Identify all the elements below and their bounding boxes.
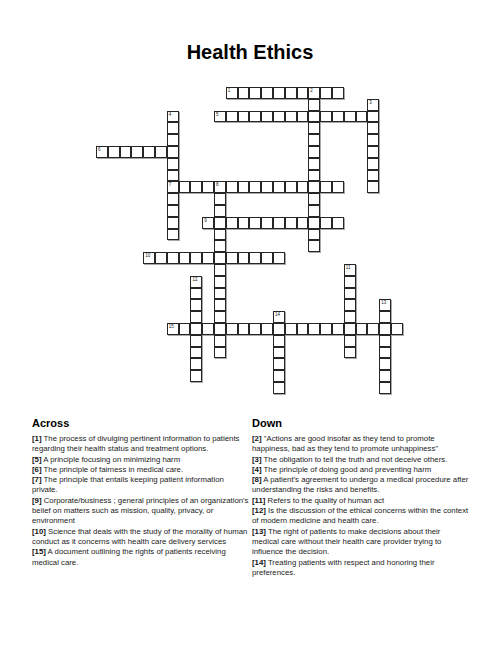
clue-item: [5] A principle focusing on minimizing h… <box>32 455 249 465</box>
grid-cell[interactable] <box>190 335 202 347</box>
clue-item: [10] Science that deals with the study o… <box>32 527 249 548</box>
cell-number: 2 <box>310 88 313 93</box>
clue-item: [12] Is the discussion of the ethical co… <box>252 506 469 527</box>
grid-cell[interactable] <box>367 122 379 134</box>
grid-cell[interactable] <box>167 170 179 182</box>
grid-cell[interactable] <box>249 252 261 264</box>
grid-cell[interactable] <box>273 347 285 359</box>
grid-cell[interactable] <box>214 205 226 217</box>
grid-cell[interactable] <box>226 217 238 229</box>
cell-number: 11 <box>346 265 351 270</box>
grid-cell[interactable] <box>379 347 391 359</box>
grid-cell[interactable] <box>285 111 297 123</box>
clue-item: [6] The principle of fairness in medical… <box>32 465 249 475</box>
clue-number: [1] <box>32 434 42 443</box>
cell-number: 10 <box>145 253 150 258</box>
grid-cell[interactable] <box>214 240 226 252</box>
down-header: Down <box>252 417 469 429</box>
grid-cell[interactable]: 13 <box>379 299 391 311</box>
grid-cell[interactable] <box>320 323 332 335</box>
grid-cell[interactable] <box>190 252 202 264</box>
grid-cell[interactable] <box>379 370 391 382</box>
clue-item: [4] The principle of doing good and prev… <box>252 465 469 475</box>
grid-cell[interactable] <box>261 217 273 229</box>
grid-cell[interactable] <box>367 170 379 182</box>
grid-cell[interactable] <box>249 323 261 335</box>
grid-cell[interactable] <box>379 323 391 335</box>
grid-cell[interactable] <box>261 87 273 99</box>
grid-cell[interactable] <box>179 252 191 264</box>
grid-cell[interactable] <box>308 146 320 158</box>
grid-cell[interactable] <box>332 323 344 335</box>
clue-number: [7] <box>32 475 42 484</box>
grid-cell[interactable]: 5 <box>214 111 226 123</box>
clue-number: [15] <box>32 547 46 556</box>
grid-cell[interactable] <box>332 217 344 229</box>
grid-cell[interactable] <box>344 311 356 323</box>
grid-cell[interactable]: 8 <box>214 181 226 193</box>
grid-cell[interactable] <box>238 181 250 193</box>
grid-cell[interactable] <box>202 181 214 193</box>
grid-cell[interactable] <box>308 323 320 335</box>
grid-cell[interactable] <box>261 252 273 264</box>
grid-cell[interactable]: 15 <box>167 323 179 335</box>
clue-item: [14] Treating patients with respect and … <box>252 558 469 579</box>
grid-cell[interactable] <box>344 335 356 347</box>
grid-cell[interactable] <box>202 323 214 335</box>
cell-number: 5 <box>216 112 219 117</box>
grid-cell[interactable] <box>155 252 167 264</box>
grid-cell[interactable] <box>249 111 261 123</box>
clue-item: [1] The process of divulging pertinent i… <box>32 434 249 455</box>
grid-cell[interactable] <box>308 134 320 146</box>
cell-number: 3 <box>369 100 372 105</box>
grid-cell[interactable] <box>190 288 202 300</box>
clue-number: [9] <box>32 496 42 505</box>
grid-cell[interactable] <box>238 217 250 229</box>
grid-cell[interactable] <box>344 288 356 300</box>
grid-cell[interactable]: 3 <box>367 99 379 111</box>
clue-number: [3] <box>252 455 262 464</box>
grid-cell[interactable] <box>190 347 202 359</box>
cell-number: 13 <box>381 300 386 305</box>
grid-cell[interactable] <box>202 252 214 264</box>
grid-cell[interactable] <box>308 229 320 241</box>
cell-number: 7 <box>169 182 172 187</box>
grid-cell[interactable] <box>273 370 285 382</box>
grid-cell[interactable] <box>297 111 309 123</box>
grid-cell[interactable] <box>214 264 226 276</box>
grid-cell[interactable] <box>297 87 309 99</box>
grid-cell[interactable] <box>297 181 309 193</box>
grid-cell[interactable] <box>226 111 238 123</box>
clue-number: [2] <box>252 434 262 443</box>
crossword-page: { "title": "Health Ethics", "game": "cro… <box>0 0 500 647</box>
grid-cell[interactable] <box>238 323 250 335</box>
grid-cell[interactable] <box>273 111 285 123</box>
cell-number: 9 <box>204 218 207 223</box>
grid-cell[interactable] <box>308 193 320 205</box>
grid-cell[interactable] <box>273 335 285 347</box>
grid-cell[interactable]: 7 <box>167 181 179 193</box>
grid-cell[interactable]: 14 <box>273 311 285 323</box>
grid-cell[interactable] <box>308 240 320 252</box>
cell-number: 14 <box>275 312 280 317</box>
clue-number: [12] <box>252 506 266 515</box>
grid-cell[interactable] <box>379 311 391 323</box>
clue-item: [9] Corporate/business ; general princip… <box>32 496 249 527</box>
page-title: Health Ethics <box>0 41 500 64</box>
grid-cell[interactable] <box>226 252 238 264</box>
grid-cell[interactable] <box>367 134 379 146</box>
grid-cell[interactable] <box>308 217 320 229</box>
grid-cell[interactable] <box>356 323 368 335</box>
grid-cell[interactable] <box>167 122 179 134</box>
grid-cell[interactable]: 1 <box>226 87 238 99</box>
grid-cell[interactable] <box>214 193 226 205</box>
grid-cell[interactable] <box>332 87 344 99</box>
grid-cell[interactable] <box>214 311 226 323</box>
grid-cell[interactable] <box>379 358 391 370</box>
grid-cell[interactable] <box>379 335 391 347</box>
clue-item: [7] The principle that entails keeping p… <box>32 475 249 496</box>
grid-cell[interactable] <box>332 181 344 193</box>
grid-cell[interactable] <box>308 99 320 111</box>
grid-cell[interactable] <box>214 299 226 311</box>
grid-cell[interactable] <box>214 276 226 288</box>
grid-cell[interactable] <box>273 358 285 370</box>
grid-cell[interactable] <box>155 146 167 158</box>
grid-cell[interactable] <box>308 122 320 134</box>
grid-cell[interactable] <box>320 217 332 229</box>
cell-number: 12 <box>192 277 197 282</box>
grid-cell[interactable] <box>190 370 202 382</box>
grid-cell[interactable] <box>167 134 179 146</box>
clue-item: [11] Refers to the quality of human act <box>252 496 469 506</box>
cell-number: 1 <box>228 88 231 93</box>
grid-cell[interactable] <box>190 181 202 193</box>
grid-cell[interactable]: 6 <box>96 146 108 158</box>
clue-item: [13] The right of patients to make decis… <box>252 527 469 558</box>
grid-cell[interactable] <box>285 87 297 99</box>
grid-cell[interactable] <box>261 181 273 193</box>
grid-cell[interactable] <box>261 323 273 335</box>
grid-cell[interactable] <box>226 323 238 335</box>
grid-cell[interactable]: 2 <box>308 87 320 99</box>
clue-number: [11] <box>252 496 265 505</box>
grid-cell[interactable]: 4 <box>167 111 179 123</box>
down-clues-section: Down [2] "Actions are good insofar as th… <box>252 417 469 578</box>
grid-cell[interactable] <box>308 170 320 182</box>
grid-cell[interactable]: 12 <box>190 276 202 288</box>
grid-cell[interactable] <box>273 323 285 335</box>
grid-cell[interactable] <box>332 111 344 123</box>
grid-cell[interactable] <box>167 229 179 241</box>
cell-number: 4 <box>169 112 172 117</box>
grid-cell[interactable] <box>214 217 226 229</box>
across-header: Across <box>32 417 249 429</box>
grid-cell[interactable] <box>167 217 179 229</box>
grid-cell[interactable] <box>214 323 226 335</box>
grid-cell[interactable] <box>179 181 191 193</box>
grid-cell[interactable] <box>344 299 356 311</box>
grid-cell[interactable] <box>273 217 285 229</box>
clue-number: [5] <box>32 455 42 464</box>
grid-cell[interactable] <box>273 181 285 193</box>
grid-cell[interactable] <box>367 158 379 170</box>
grid-cell[interactable] <box>320 181 332 193</box>
grid-cell[interactable] <box>367 181 379 193</box>
grid-cell[interactable] <box>249 217 261 229</box>
clue-number: [6] <box>32 465 42 474</box>
grid-cell[interactable] <box>120 146 132 158</box>
grid-cell[interactable] <box>344 323 356 335</box>
across-clues-list: [1] The process of divulging pertinent i… <box>32 434 249 568</box>
grid-cell[interactable] <box>273 382 285 394</box>
grid-cell[interactable] <box>214 252 226 264</box>
grid-cell[interactable]: 10 <box>143 252 155 264</box>
grid-cell[interactable] <box>261 111 273 123</box>
grid-cell[interactable] <box>167 205 179 217</box>
grid-cell[interactable] <box>285 217 297 229</box>
grid-cell[interactable] <box>285 323 297 335</box>
grid-cell[interactable] <box>367 111 379 123</box>
grid-cell[interactable] <box>320 87 332 99</box>
across-clues-section: Across [1] The process of divulging pert… <box>32 417 249 568</box>
grid-cell[interactable] <box>297 323 309 335</box>
grid-cell[interactable] <box>367 146 379 158</box>
grid-cell[interactable] <box>214 347 226 359</box>
grid-cell[interactable] <box>249 87 261 99</box>
grid-cell[interactable] <box>214 335 226 347</box>
clue-item: [15] A document outlining the rights of … <box>32 547 249 568</box>
grid-cell[interactable] <box>308 181 320 193</box>
grid-cell[interactable] <box>108 146 120 158</box>
grid-cell[interactable] <box>131 146 143 158</box>
grid-cell[interactable] <box>249 181 261 193</box>
grid-cell[interactable] <box>356 111 368 123</box>
grid-cell[interactable] <box>190 323 202 335</box>
grid-cell[interactable] <box>320 111 332 123</box>
grid-cell[interactable] <box>167 146 179 158</box>
cell-number: 15 <box>169 324 174 329</box>
clue-item: [3] The obligation to tell the truth and… <box>252 455 469 465</box>
grid-cell[interactable] <box>308 205 320 217</box>
grid-cell[interactable] <box>285 181 297 193</box>
grid-cell[interactable] <box>238 111 250 123</box>
grid-cell[interactable] <box>379 382 391 394</box>
grid-cell[interactable] <box>226 181 238 193</box>
cell-number: 6 <box>98 147 101 152</box>
grid-cell[interactable] <box>190 311 202 323</box>
grid-cell[interactable] <box>344 347 356 359</box>
clue-item: [8] A patient's agreement to undergo a m… <box>252 475 469 496</box>
grid-cell[interactable] <box>167 158 179 170</box>
clue-number: [14] <box>252 558 266 567</box>
clue-item: [2] "Actions are good insofar as they te… <box>252 434 469 455</box>
clue-number: [4] <box>252 465 262 474</box>
grid-cell[interactable] <box>167 252 179 264</box>
grid-cell[interactable] <box>167 193 179 205</box>
grid-cell[interactable] <box>344 111 356 123</box>
grid-cell[interactable] <box>297 217 309 229</box>
crossword-grid: 123456789101112131415 <box>96 87 403 394</box>
grid-cell[interactable] <box>308 111 320 123</box>
grid-cell[interactable] <box>273 87 285 99</box>
grid-cell[interactable] <box>344 276 356 288</box>
clue-number: [10] <box>32 527 46 536</box>
cell-number: 8 <box>216 182 219 187</box>
grid-cell[interactable] <box>190 358 202 370</box>
clue-number: [8] <box>252 475 262 484</box>
down-clues-list: [2] "Actions are good insofar as they te… <box>252 434 469 578</box>
grid-cell[interactable] <box>238 252 250 264</box>
grid-cell[interactable]: 9 <box>202 217 214 229</box>
grid-cell[interactable] <box>238 87 250 99</box>
grid-cell[interactable] <box>214 229 226 241</box>
grid-cell[interactable] <box>190 299 202 311</box>
grid-cell[interactable] <box>143 146 155 158</box>
grid-cell[interactable] <box>391 323 403 335</box>
clue-number: [13] <box>252 527 266 536</box>
grid-cell[interactable] <box>273 252 285 264</box>
grid-cell[interactable] <box>179 323 191 335</box>
grid-cell[interactable] <box>367 323 379 335</box>
grid-cell[interactable]: 11 <box>344 264 356 276</box>
grid-cell[interactable] <box>308 158 320 170</box>
grid-cell[interactable] <box>214 288 226 300</box>
